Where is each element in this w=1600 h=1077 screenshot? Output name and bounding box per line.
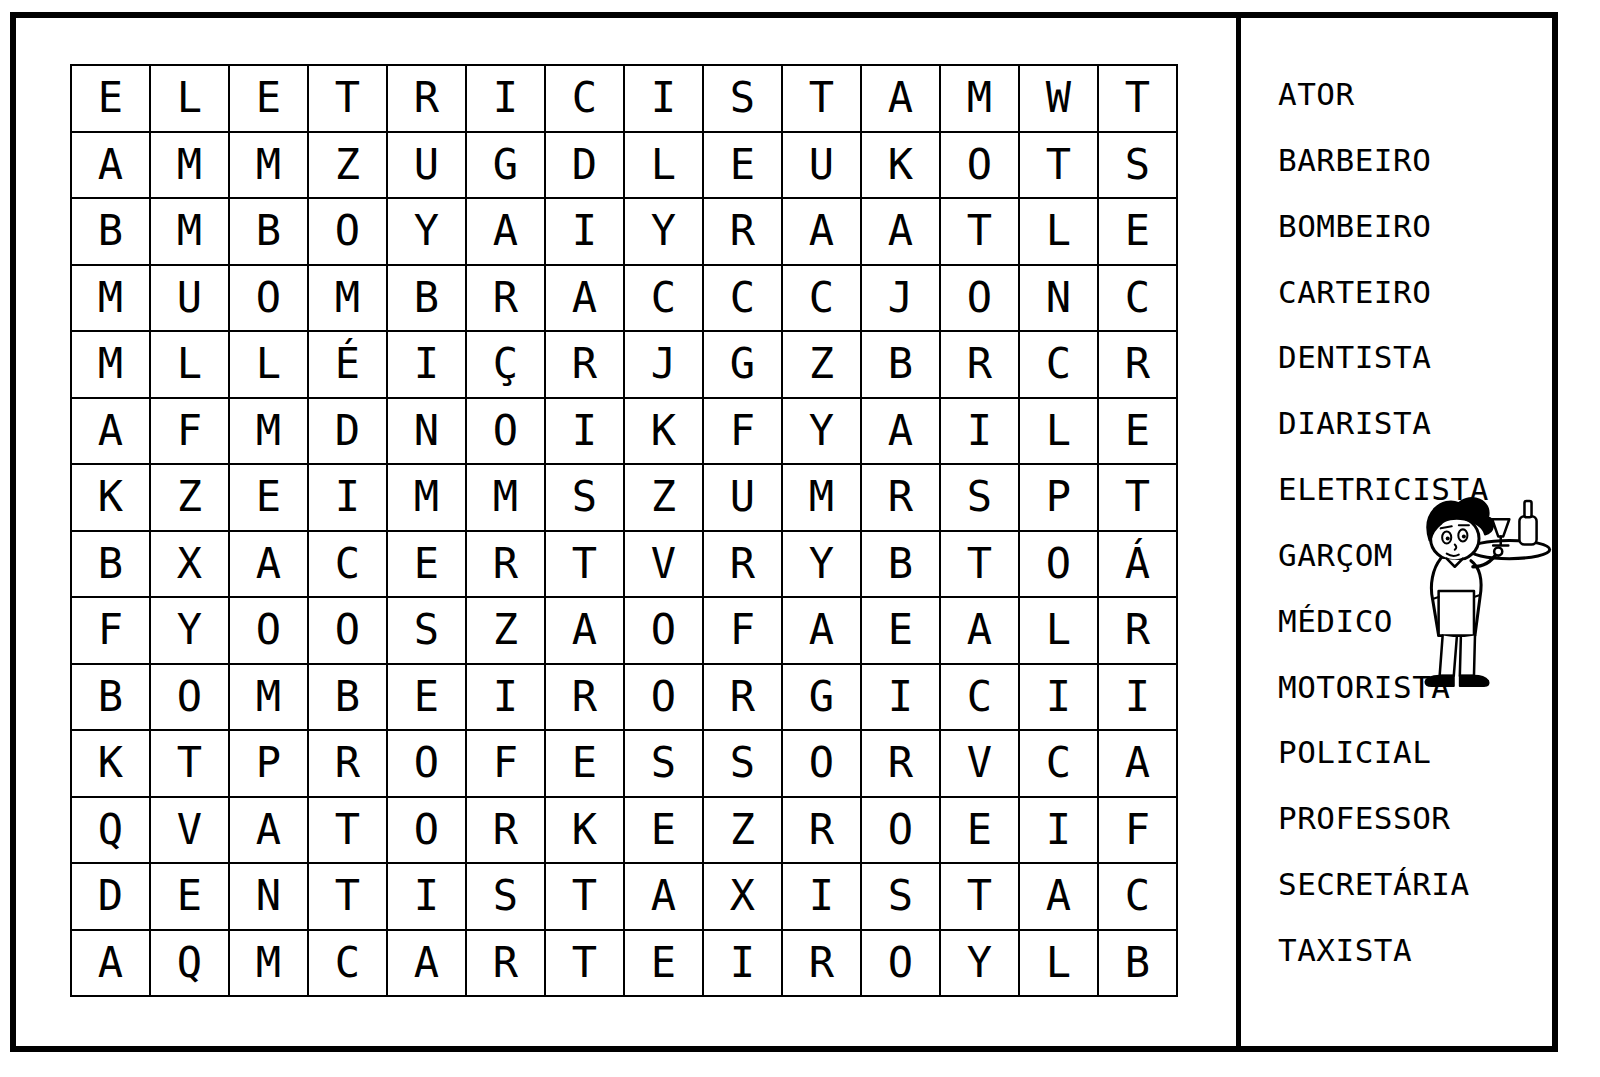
grid-cell[interactable]: Y [151, 598, 228, 663]
grid-cell[interactable]: B [72, 199, 149, 264]
grid-cell[interactable]: I [1020, 665, 1097, 730]
grid-cell[interactable]: R [783, 931, 860, 996]
grid-cell[interactable]: R [388, 66, 465, 131]
grid-cell[interactable]: C [625, 266, 702, 331]
grid-cell[interactable]: X [151, 532, 228, 597]
grid-cell[interactable]: M [388, 465, 465, 530]
grid-cell[interactable]: C [309, 931, 386, 996]
grid-cell[interactable]: I [1020, 798, 1097, 863]
grid-cell[interactable]: D [309, 399, 386, 464]
grid-cell[interactable]: A [72, 931, 149, 996]
grid-cell[interactable]: R [467, 798, 544, 863]
grid-cell[interactable]: A [862, 399, 939, 464]
grid-cell[interactable]: O [783, 731, 860, 796]
grid-cell[interactable]: A [783, 598, 860, 663]
grid-cell[interactable]: M [230, 399, 307, 464]
word-item: CARTEIRO [1278, 274, 1558, 310]
grid-cell[interactable]: C [309, 532, 386, 597]
grid-cell[interactable]: A [862, 199, 939, 264]
grid-cell[interactable]: L [151, 332, 228, 397]
grid-cell[interactable]: W [1020, 66, 1097, 131]
grid-cell[interactable]: O [941, 266, 1018, 331]
grid-cell[interactable]: E [230, 66, 307, 131]
grid-cell[interactable]: M [941, 66, 1018, 131]
grid-cell[interactable]: R [862, 465, 939, 530]
grid-cell[interactable]: S [704, 66, 781, 131]
grid-cell[interactable]: I [704, 931, 781, 996]
grid-cell[interactable]: R [546, 665, 623, 730]
grid-cell[interactable]: V [625, 532, 702, 597]
word-item: DIARISTA [1278, 405, 1558, 441]
grid-cell[interactable]: G [467, 133, 544, 198]
grid-cell[interactable]: K [625, 399, 702, 464]
grid-cell[interactable]: I [546, 199, 623, 264]
grid-cell[interactable]: I [467, 66, 544, 131]
grid-cell[interactable]: K [546, 798, 623, 863]
grid-cell[interactable]: F [704, 598, 781, 663]
grid-cell[interactable]: M [72, 332, 149, 397]
grid-cell[interactable]: L [625, 133, 702, 198]
grid-cell[interactable]: R [941, 332, 1018, 397]
grid-cell[interactable]: Ç [467, 332, 544, 397]
grid-cell[interactable]: U [388, 133, 465, 198]
grid-cell[interactable]: A [625, 864, 702, 929]
grid-cell[interactable]: A [1099, 731, 1176, 796]
grid-cell[interactable]: A [546, 598, 623, 663]
grid-cell[interactable]: T [783, 66, 860, 131]
grid-cell[interactable]: N [230, 864, 307, 929]
grid-cell[interactable]: M [151, 199, 228, 264]
grid-cell[interactable]: R [704, 665, 781, 730]
grid-cell[interactable]: E [625, 931, 702, 996]
grid-cell[interactable]: P [1020, 465, 1097, 530]
grid-cell[interactable]: Z [467, 598, 544, 663]
grid-cell[interactable]: M [467, 465, 544, 530]
puzzle-grid: ELETRICISTAMWTAMMZUGDLEUKOTSBMBOYAIYRAAT… [70, 64, 1178, 997]
grid-cell[interactable]: I [941, 399, 1018, 464]
word-item: DENTISTA [1278, 339, 1558, 375]
grid-cell[interactable]: R [467, 931, 544, 996]
grid-cell[interactable]: C [546, 66, 623, 131]
grid-cell[interactable]: I [625, 66, 702, 131]
grid-cell[interactable]: A [230, 532, 307, 597]
grid-cell[interactable]: I [862, 665, 939, 730]
grid-cell[interactable]: U [151, 266, 228, 331]
grid-cell[interactable]: K [72, 465, 149, 530]
grid-cell[interactable]: I [1099, 665, 1176, 730]
grid-cell[interactable]: Y [783, 399, 860, 464]
grid-cell[interactable]: S [388, 598, 465, 663]
grid-cell[interactable]: N [388, 399, 465, 464]
word-item: POLICIAL [1278, 734, 1558, 770]
grid-cell[interactable]: A [941, 598, 1018, 663]
grid-cell[interactable]: B [388, 266, 465, 331]
grid-cell[interactable]: T [1099, 66, 1176, 131]
grid-cell[interactable]: Z [783, 332, 860, 397]
grid-cell[interactable]: D [546, 133, 623, 198]
grid-cell[interactable]: S [546, 465, 623, 530]
waiter-illustration [1396, 492, 1558, 694]
grid-cell[interactable]: A [783, 199, 860, 264]
grid-cell[interactable]: B [862, 532, 939, 597]
grid-cell[interactable]: O [309, 199, 386, 264]
grid-cell[interactable]: O [862, 798, 939, 863]
grid-cell[interactable]: O [388, 798, 465, 863]
grid-cell[interactable]: U [704, 465, 781, 530]
grid-cell[interactable]: R [1099, 598, 1176, 663]
grid-cell[interactable]: E [862, 598, 939, 663]
grid-cell[interactable]: Y [783, 532, 860, 597]
grid-cell[interactable]: O [1020, 532, 1097, 597]
grid-cell[interactable]: M [151, 133, 228, 198]
grid-cell[interactable]: R [309, 731, 386, 796]
grid-cell[interactable]: O [625, 665, 702, 730]
grid-cell[interactable]: M [783, 465, 860, 530]
grid-cell[interactable]: A [230, 798, 307, 863]
grid-cell[interactable]: F [704, 399, 781, 464]
grid-cell[interactable]: C [704, 266, 781, 331]
grid-cell[interactable]: V [941, 731, 1018, 796]
grid-cell[interactable]: K [72, 731, 149, 796]
grid-cell[interactable]: B [309, 665, 386, 730]
grid-cell[interactable]: E [230, 465, 307, 530]
grid-cell[interactable]: I [783, 864, 860, 929]
grid-cell[interactable]: A [862, 66, 939, 131]
grid-cell[interactable]: P [230, 731, 307, 796]
grid-cell[interactable]: S [1099, 133, 1176, 198]
grid-cell[interactable]: T [1099, 465, 1176, 530]
grid-cell[interactable]: R [862, 731, 939, 796]
grid-cell[interactable]: L [1020, 598, 1097, 663]
grid-cell[interactable]: L [151, 66, 228, 131]
grid-cell[interactable]: T [309, 864, 386, 929]
grid-cell[interactable]: O [467, 399, 544, 464]
grid-cell[interactable]: T [546, 532, 623, 597]
grid-cell[interactable]: E [625, 798, 702, 863]
grid-cell[interactable]: R [546, 332, 623, 397]
grid-cell[interactable]: T [941, 532, 1018, 597]
grid-cell[interactable]: S [862, 864, 939, 929]
grid-cell[interactable]: T [941, 199, 1018, 264]
grid-cell[interactable]: L [1020, 931, 1097, 996]
grid-cell[interactable]: I [388, 864, 465, 929]
grid-cell[interactable]: O [309, 598, 386, 663]
grid-cell[interactable]: M [309, 266, 386, 331]
grid-cell[interactable]: M [72, 266, 149, 331]
grid-cell[interactable]: R [1099, 332, 1176, 397]
grid-cell[interactable]: F [467, 731, 544, 796]
grid-cell[interactable]: E [388, 532, 465, 597]
grid-cell[interactable]: V [151, 798, 228, 863]
grid-cell[interactable]: J [862, 266, 939, 331]
grid-cell[interactable]: E [941, 798, 1018, 863]
grid-cell[interactable]: É [309, 332, 386, 397]
grid-cell[interactable]: E [72, 66, 149, 131]
grid-cell[interactable]: O [625, 598, 702, 663]
grid-cell[interactable]: F [151, 399, 228, 464]
grid-cell[interactable]: T [309, 66, 386, 131]
grid-cell[interactable]: S [941, 465, 1018, 530]
grid-cell[interactable]: Q [151, 931, 228, 996]
grid-cell[interactable]: T [546, 864, 623, 929]
grid-cell[interactable]: O [941, 133, 1018, 198]
grid-cell[interactable]: A [546, 266, 623, 331]
grid-cell[interactable]: R [704, 532, 781, 597]
grid-cell[interactable]: C [941, 665, 1018, 730]
grid-cell[interactable]: C [1099, 266, 1176, 331]
grid-cell[interactable]: U [783, 133, 860, 198]
grid-cell[interactable]: Z [625, 465, 702, 530]
grid-cell[interactable]: N [1020, 266, 1097, 331]
grid-cell[interactable]: L [1020, 399, 1097, 464]
grid-cell[interactable]: O [230, 266, 307, 331]
grid-cell[interactable]: E [546, 731, 623, 796]
waiter-icon [1396, 492, 1558, 694]
grid-cell[interactable]: M [230, 665, 307, 730]
grid-cell[interactable]: B [72, 665, 149, 730]
grid-cell[interactable]: B [72, 532, 149, 597]
panel-divider [1236, 12, 1241, 1052]
grid-cell[interactable]: F [72, 598, 149, 663]
worksheet-page: ELETRICISTAMWTAMMZUGDLEUKOTSBMBOYAIYRAAT… [0, 0, 1600, 1077]
grid-cell[interactable]: I [388, 332, 465, 397]
grid-cell[interactable]: T [151, 731, 228, 796]
grid-cell[interactable]: E [704, 133, 781, 198]
grid-cell[interactable]: E [388, 665, 465, 730]
grid-cell[interactable]: X [704, 864, 781, 929]
grid-cell[interactable]: M [230, 931, 307, 996]
grid-cell[interactable]: R [467, 532, 544, 597]
grid-cell[interactable]: L [1020, 199, 1097, 264]
grid-cell[interactable]: O [862, 931, 939, 996]
grid-cell[interactable]: C [1099, 864, 1176, 929]
grid-cell[interactable]: Q [72, 798, 149, 863]
grid-cell[interactable]: B [1099, 931, 1176, 996]
grid-cell[interactable]: C [783, 266, 860, 331]
word-item: SECRETÁRIA [1278, 866, 1558, 902]
grid-cell[interactable]: B [862, 332, 939, 397]
grid-cell[interactable]: T [546, 931, 623, 996]
grid-cell[interactable]: Z [151, 465, 228, 530]
grid-cell[interactable]: B [230, 199, 307, 264]
grid-cell[interactable]: O [388, 731, 465, 796]
grid-cell[interactable]: O [230, 598, 307, 663]
grid-cell[interactable]: R [467, 266, 544, 331]
grid-cell[interactable]: Y [625, 199, 702, 264]
grid-cell[interactable]: I [546, 399, 623, 464]
grid-cell[interactable]: M [230, 133, 307, 198]
grid-cell[interactable]: S [625, 731, 702, 796]
grid-cell[interactable]: C [1020, 332, 1097, 397]
grid-cell[interactable]: A [467, 199, 544, 264]
grid-cell[interactable]: L [230, 332, 307, 397]
grid-cell[interactable]: D [72, 864, 149, 929]
grid-cell[interactable]: Z [309, 133, 386, 198]
grid-cell[interactable]: C [1020, 731, 1097, 796]
grid-cell[interactable]: A [388, 931, 465, 996]
grid-cell[interactable]: Z [704, 798, 781, 863]
grid-cell[interactable]: I [467, 665, 544, 730]
grid-cell[interactable]: G [704, 332, 781, 397]
grid-cell[interactable]: J [625, 332, 702, 397]
grid-cell[interactable]: E [1099, 199, 1176, 264]
grid-cell[interactable]: Y [388, 199, 465, 264]
word-item: BOMBEIRO [1278, 208, 1558, 244]
grid-cell[interactable]: Y [941, 931, 1018, 996]
grid-cell[interactable]: S [467, 864, 544, 929]
grid-cell[interactable]: K [862, 133, 939, 198]
word-item: PROFESSOR [1278, 800, 1558, 836]
word-item: BARBEIRO [1278, 142, 1558, 178]
grid-cell[interactable]: I [309, 465, 386, 530]
grid-cell[interactable]: O [151, 665, 228, 730]
grid-cell[interactable]: F [1099, 798, 1176, 863]
grid-cell[interactable]: T [941, 864, 1018, 929]
grid-cell[interactable]: A [72, 133, 149, 198]
word-item: ATOR [1278, 76, 1558, 112]
grid-cell[interactable]: A [1020, 864, 1097, 929]
grid-cell[interactable]: G [783, 665, 860, 730]
word-item: TAXISTA [1278, 932, 1558, 968]
grid-cell[interactable]: S [704, 731, 781, 796]
grid-cell[interactable]: T [1020, 133, 1097, 198]
grid-cell[interactable]: A [72, 399, 149, 464]
grid-cell[interactable]: R [704, 199, 781, 264]
grid-cell[interactable]: E [151, 864, 228, 929]
grid-cell[interactable]: Á [1099, 532, 1176, 597]
grid-cell[interactable]: T [309, 798, 386, 863]
grid-cell[interactable]: R [783, 798, 860, 863]
grid-cell[interactable]: E [1099, 399, 1176, 464]
